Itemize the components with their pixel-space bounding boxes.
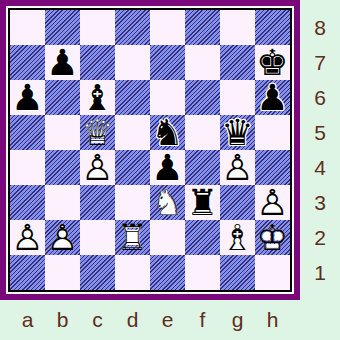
chess-board: ♟♚♟♝♟♛♕♞♛♟♙♟♟♙♞♘♜♟♙♟♙♟♙♜♖♝♗♚♔ [10,10,290,290]
piece-body: ♜ [186,185,218,221]
square-f5[interactable] [185,115,220,150]
piece-body: ♟ [151,150,183,186]
piece-outline: ♙ [11,220,43,256]
square-d6[interactable] [115,80,150,115]
file-label-e: e [150,300,185,340]
piece-outline: ♔ [256,220,288,256]
square-f1[interactable] [185,255,220,290]
black-king-h7[interactable]: ♚ [255,45,290,80]
square-h1[interactable] [255,255,290,290]
square-c3[interactable] [80,185,115,220]
square-h3[interactable]: ♟♙ [255,185,290,220]
square-b3[interactable] [45,185,80,220]
white-pawn-c4[interactable]: ♟♙ [80,150,115,185]
square-c7[interactable] [80,45,115,80]
white-pawn-b2[interactable]: ♟♙ [45,220,80,255]
white-bishop-g2[interactable]: ♝♗ [220,220,255,255]
square-e6[interactable] [150,80,185,115]
square-a7[interactable] [10,45,45,80]
piece-outline: ♙ [221,150,253,186]
square-d7[interactable] [115,45,150,80]
white-rook-d2[interactable]: ♜♖ [115,220,150,255]
file-labels: abcdefgh [10,300,290,340]
square-f3[interactable]: ♜ [185,185,220,220]
square-a6[interactable]: ♟ [10,80,45,115]
square-e5[interactable]: ♞ [150,115,185,150]
piece-body: ♟ [256,80,288,116]
square-f6[interactable] [185,80,220,115]
black-pawn-a6[interactable]: ♟ [10,80,45,115]
square-c5[interactable]: ♛♕ [80,115,115,150]
piece-body: ♝ [81,80,113,116]
file-label-c: c [80,300,115,340]
square-g2[interactable]: ♝♗ [220,220,255,255]
square-e7[interactable] [150,45,185,80]
piece-body: ♛ [221,115,253,151]
square-h7[interactable]: ♚ [255,45,290,80]
white-king-h2[interactable]: ♚♔ [255,220,290,255]
file-label-f: f [185,300,220,340]
file-label-g: g [220,300,255,340]
square-b5[interactable] [45,115,80,150]
square-d8[interactable] [115,10,150,45]
square-c2[interactable] [80,220,115,255]
square-f8[interactable] [185,10,220,45]
square-a3[interactable] [10,185,45,220]
piece-outline: ♕ [81,115,113,151]
white-knight-e3[interactable]: ♞♘ [150,185,185,220]
piece-body: ♞ [151,115,183,151]
square-d4[interactable] [115,150,150,185]
square-e2[interactable] [150,220,185,255]
square-h4[interactable] [255,150,290,185]
file-label-h: h [255,300,290,340]
file-label-d: d [115,300,150,340]
square-c8[interactable] [80,10,115,45]
square-f7[interactable] [185,45,220,80]
rank-label-7: 7 [300,45,340,80]
square-c1[interactable] [80,255,115,290]
rank-label-8: 8 [300,10,340,45]
file-label-b: b [45,300,80,340]
square-a1[interactable] [10,255,45,290]
square-d5[interactable] [115,115,150,150]
square-d3[interactable] [115,185,150,220]
square-b8[interactable] [45,10,80,45]
piece-body: ♟ [46,45,78,81]
square-g6[interactable] [220,80,255,115]
square-g5[interactable]: ♛ [220,115,255,150]
square-h2[interactable]: ♚♔ [255,220,290,255]
square-c6[interactable]: ♝ [80,80,115,115]
square-h6[interactable]: ♟ [255,80,290,115]
chess-board-frame: ♟♚♟♝♟♛♕♞♛♟♙♟♟♙♞♘♜♟♙♟♙♟♙♜♖♝♗♚♔ [0,0,300,300]
piece-outline: ♙ [256,185,288,221]
square-b6[interactable] [45,80,80,115]
white-pawn-g4[interactable]: ♟♙ [220,150,255,185]
white-pawn-a2[interactable]: ♟♙ [10,220,45,255]
rank-label-5: 5 [300,115,340,150]
black-queen-g5[interactable]: ♛ [220,115,255,150]
square-g1[interactable] [220,255,255,290]
rank-label-1: 1 [300,255,340,290]
black-rook-f3[interactable]: ♜ [185,185,220,220]
rank-labels: 87654321 [300,10,340,290]
square-b7[interactable]: ♟ [45,45,80,80]
white-queen-c5[interactable]: ♛♕ [80,115,115,150]
piece-outline: ♗ [221,220,253,256]
black-pawn-h6[interactable]: ♟ [255,80,290,115]
piece-outline: ♙ [46,220,78,256]
piece-body: ♚ [256,45,288,81]
square-g3[interactable] [220,185,255,220]
white-pawn-h3[interactable]: ♟♙ [255,185,290,220]
piece-outline: ♙ [81,150,113,186]
square-a8[interactable] [10,10,45,45]
square-g7[interactable] [220,45,255,80]
piece-outline: ♘ [151,185,183,221]
black-knight-e5[interactable]: ♞ [150,115,185,150]
square-a5[interactable] [10,115,45,150]
square-a2[interactable]: ♟♙ [10,220,45,255]
square-e4[interactable]: ♟ [150,150,185,185]
square-f4[interactable] [185,150,220,185]
chess-board-inner-border: ♟♚♟♝♟♛♕♞♛♟♙♟♟♙♞♘♜♟♙♟♙♟♙♜♖♝♗♚♔ [8,8,292,292]
square-b2[interactable]: ♟♙ [45,220,80,255]
rank-label-4: 4 [300,150,340,185]
black-bishop-c6[interactable]: ♝ [80,80,115,115]
square-e3[interactable]: ♞♘ [150,185,185,220]
rank-label-6: 6 [300,80,340,115]
square-a4[interactable] [10,150,45,185]
square-d2[interactable]: ♜♖ [115,220,150,255]
square-b1[interactable] [45,255,80,290]
piece-outline: ♖ [116,220,148,256]
square-f2[interactable] [185,220,220,255]
square-h5[interactable] [255,115,290,150]
rank-label-2: 2 [300,220,340,255]
file-label-a: a [10,300,45,340]
piece-body: ♟ [11,80,43,116]
square-e1[interactable] [150,255,185,290]
square-g8[interactable] [220,10,255,45]
square-g4[interactable]: ♟♙ [220,150,255,185]
black-pawn-e4[interactable]: ♟ [150,150,185,185]
square-e8[interactable] [150,10,185,45]
black-pawn-b7[interactable]: ♟ [45,45,80,80]
square-b4[interactable] [45,150,80,185]
rank-label-3: 3 [300,185,340,220]
square-d1[interactable] [115,255,150,290]
square-c4[interactable]: ♟♙ [80,150,115,185]
square-h8[interactable] [255,10,290,45]
